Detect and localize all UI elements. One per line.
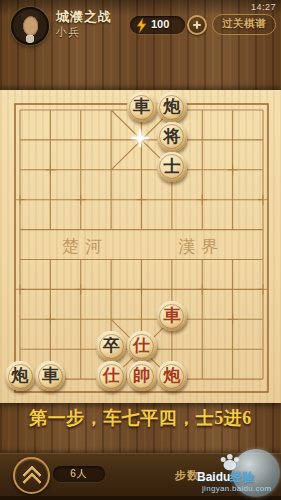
energy-value: 100	[151, 18, 169, 30]
energy-counter: 100	[130, 16, 185, 34]
piece-red-chariot[interactable]: 車	[157, 301, 187, 331]
piece-black-cannon[interactable]: 炮	[5, 361, 35, 391]
players-count-badge: 6人	[53, 466, 105, 482]
river-label-left: 楚河	[62, 237, 108, 256]
bottom-edge	[0, 496, 281, 500]
player-rank: 小兵	[56, 25, 80, 40]
expand-menu-button[interactable]	[13, 457, 50, 494]
piece-red-general[interactable]: 帥	[127, 361, 157, 391]
player-avatar[interactable]	[11, 7, 49, 45]
last-move-sparkle	[131, 129, 149, 147]
lightning-icon	[136, 18, 147, 37]
piece-red-advisor[interactable]: 仕	[127, 331, 157, 361]
add-energy-button[interactable]	[187, 15, 207, 35]
piece-red-cannon[interactable]: 炮	[157, 361, 187, 391]
watermark-url: jingyan.baidu.com	[202, 484, 272, 493]
clock-time: 14:27	[251, 2, 276, 12]
river-label-right: 漢界	[178, 237, 224, 256]
level-title: 城濮之战	[56, 8, 112, 26]
piece-black-advisor[interactable]: 士	[157, 152, 187, 182]
xiangqi-app: 14:27 城濮之战 小兵 100 过关棋谱 楚河 漢界 車炮将士車卒仕炮車仕帥…	[0, 0, 281, 500]
piece-black-chariot[interactable]: 車	[127, 92, 157, 122]
steps-label: 步数	[175, 468, 199, 483]
move-hint-text: 第一步，车七平四，士5进6	[0, 406, 281, 430]
piece-black-cannon[interactable]: 炮	[157, 92, 187, 122]
piece-black-general[interactable]: 将	[157, 122, 187, 152]
level-manual-button[interactable]: 过关棋谱	[212, 14, 276, 35]
